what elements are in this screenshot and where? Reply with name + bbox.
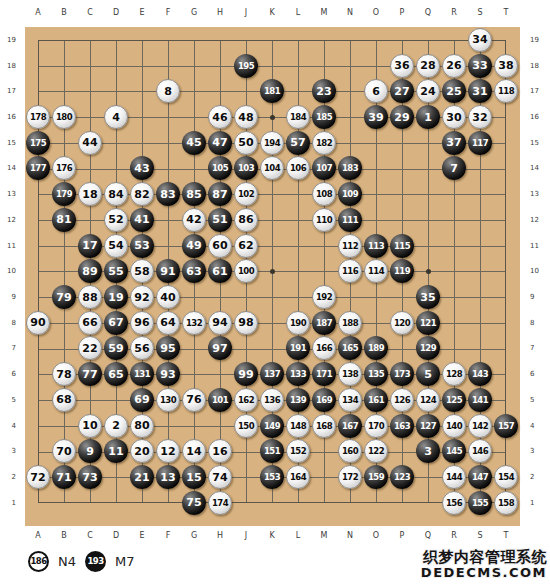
intersection-P7 [389, 336, 415, 362]
go-board: 3419536282633388181236272425311181781804… [25, 27, 520, 526]
intersection-O6: 135 [363, 361, 389, 387]
intersection-A2: 72 [25, 464, 51, 490]
intersection-T7 [493, 336, 519, 362]
intersection-N11: 112 [337, 233, 363, 259]
intersection-E5: 69 [129, 387, 155, 413]
row-label-9: 9 [524, 284, 546, 310]
black-stone-135-O6: 135 [364, 362, 388, 386]
col-label-G: G [181, 529, 207, 541]
black-stone-11-D3: 11 [104, 439, 128, 463]
intersection-L14: 106 [285, 156, 311, 182]
intersection-A14: 177 [25, 156, 51, 182]
black-stone-171-M6: 171 [312, 362, 336, 386]
col-label-Q: Q [415, 529, 441, 541]
black-stone-133-L6: 133 [286, 362, 310, 386]
black-stone-165-N7: 165 [338, 336, 362, 360]
col-label-E: E [129, 529, 155, 541]
intersection-H2: 74 [207, 464, 233, 490]
intersection-O12 [363, 207, 389, 233]
column-labels-top: ABCDEFGHJKLMNOPQRST [25, 6, 519, 18]
white-stone-96-E8: 96 [130, 311, 154, 335]
row-label-2: 2 [524, 464, 546, 490]
intersection-D14 [103, 156, 129, 182]
intersection-T4: 157 [493, 413, 519, 439]
intersection-H12: 51 [207, 207, 233, 233]
intersection-D16: 4 [103, 104, 129, 130]
black-stone-189-O7: 189 [364, 336, 388, 360]
intersection-R15: 37 [441, 130, 467, 156]
row-label-1: 1 [0, 490, 22, 516]
col-label-N: N [337, 6, 363, 18]
intersection-E6: 131 [129, 361, 155, 387]
intersection-C2: 73 [77, 464, 103, 490]
intersection-B16: 180 [51, 104, 77, 130]
row-label-13: 13 [0, 181, 22, 207]
row-label-11: 11 [524, 233, 546, 259]
intersection-G7 [181, 336, 207, 362]
black-stone-103-J14: 103 [234, 156, 258, 180]
intersection-M7: 166 [311, 336, 337, 362]
row-label-15: 15 [524, 130, 546, 156]
row-label-16: 16 [524, 104, 546, 130]
intersection-S11 [467, 233, 493, 259]
intersection-G11: 49 [181, 233, 207, 259]
caption-moves-not-shown: 186 N4 193 M7 [28, 547, 135, 575]
intersection-B9: 79 [51, 284, 77, 310]
intersection-L19 [285, 27, 311, 53]
intersection-C19 [77, 27, 103, 53]
intersection-D13: 84 [103, 181, 129, 207]
black-stone-23-M17: 23 [312, 79, 336, 103]
white-stone-174-H1: 174 [208, 491, 232, 515]
intersection-H1: 174 [207, 490, 233, 516]
intersection-E10: 58 [129, 258, 155, 284]
white-stone-164-L2: 164 [286, 465, 310, 489]
black-stone-119-P10: 119 [390, 259, 414, 283]
white-stone-108-M13: 108 [312, 182, 336, 206]
white-stone-184-L16: 184 [286, 105, 310, 129]
intersection-L6: 133 [285, 361, 311, 387]
intersection-K4: 149 [259, 413, 285, 439]
black-stone-87-H13: 87 [208, 182, 232, 206]
black-stone-47-H15: 47 [208, 131, 232, 155]
intersection-B6: 78 [51, 361, 77, 387]
black-stone-59-D7: 59 [104, 336, 128, 360]
intersection-Q4: 127 [415, 413, 441, 439]
white-stone-16-H3: 16 [208, 439, 232, 463]
intersection-F12 [155, 207, 181, 233]
black-stone-53-E11: 53 [130, 234, 154, 258]
black-stone-149-K4: 149 [260, 414, 284, 438]
intersection-T8 [493, 310, 519, 336]
white-stone-140-R4: 140 [442, 414, 466, 438]
intersection-L2: 164 [285, 464, 311, 490]
intersection-N5: 134 [337, 387, 363, 413]
black-stone-69-E5: 69 [130, 388, 154, 412]
black-stone-191-L7: 191 [286, 336, 310, 360]
row-label-5: 5 [0, 387, 22, 413]
intersection-L8: 190 [285, 310, 311, 336]
intersection-R12 [441, 207, 467, 233]
white-stone-80-E4: 80 [130, 414, 154, 438]
black-stone-29-P16: 29 [390, 105, 414, 129]
intersection-O9 [363, 284, 389, 310]
row-label-8: 8 [524, 310, 546, 336]
intersection-P11: 115 [389, 233, 415, 259]
col-label-O: O [363, 529, 389, 541]
white-stone-106-L14: 106 [286, 156, 310, 180]
black-stone-185-M16: 185 [312, 105, 336, 129]
col-label-A: A [25, 6, 51, 18]
black-stone-155-S1: 155 [468, 491, 492, 515]
white-stone-74-H2: 74 [208, 465, 232, 489]
col-label-K: K [259, 6, 285, 18]
intersection-L9 [285, 284, 311, 310]
white-stone-4-D16: 4 [104, 105, 128, 129]
intersection-B13: 179 [51, 181, 77, 207]
intersection-G12: 42 [181, 207, 207, 233]
intersection-M8: 187 [311, 310, 337, 336]
intersection-R3: 145 [441, 439, 467, 465]
intersection-K19 [259, 27, 285, 53]
intersection-A6 [25, 361, 51, 387]
col-label-C: C [77, 529, 103, 541]
intersection-N7: 165 [337, 336, 363, 362]
black-stone-27-P17: 27 [390, 79, 414, 103]
intersection-H15: 47 [207, 130, 233, 156]
intersection-T16 [493, 104, 519, 130]
black-stone-95-F7: 95 [156, 336, 180, 360]
intersection-F11 [155, 233, 181, 259]
intersection-T1: 158 [493, 490, 519, 516]
col-label-F: F [155, 6, 181, 18]
intersection-L17 [285, 78, 311, 104]
intersection-R16: 30 [441, 104, 467, 130]
intersection-H9 [207, 284, 233, 310]
row-label-15: 15 [0, 130, 22, 156]
intersection-D4: 2 [103, 413, 129, 439]
black-stone-129-Q7: 129 [416, 336, 440, 360]
intersection-J12: 86 [233, 207, 259, 233]
black-stone-45-G15: 45 [182, 131, 206, 155]
white-stone-38-T18: 38 [494, 54, 518, 78]
intersection-Q7: 129 [415, 336, 441, 362]
intersection-B14: 176 [51, 156, 77, 182]
intersection-M16: 185 [311, 104, 337, 130]
intersection-J7 [233, 336, 259, 362]
intersection-N14: 183 [337, 156, 363, 182]
white-stone-2-D4: 2 [104, 414, 128, 438]
intersection-C11: 17 [77, 233, 103, 259]
intersection-L18 [285, 53, 311, 79]
intersection-R19 [441, 27, 467, 53]
intersection-P6: 173 [389, 361, 415, 387]
white-stone-118-T17: 118 [494, 79, 518, 103]
intersection-K2: 153 [259, 464, 285, 490]
intersection-D3: 11 [103, 439, 129, 465]
col-label-P: P [389, 6, 415, 18]
intersection-R17: 25 [441, 78, 467, 104]
intersection-N12: 111 [337, 207, 363, 233]
intersection-D8: 67 [103, 310, 129, 336]
intersection-C6: 77 [77, 361, 103, 387]
white-stone-136-K5: 136 [260, 388, 284, 412]
intersection-N10: 116 [337, 258, 363, 284]
intersection-T18: 38 [493, 53, 519, 79]
intersection-C16 [77, 104, 103, 130]
intersection-K12 [259, 207, 285, 233]
intersection-G14 [181, 156, 207, 182]
intersection-B7 [51, 336, 77, 362]
intersection-A4 [25, 413, 51, 439]
intersection-R4: 140 [441, 413, 467, 439]
col-label-E: E [129, 6, 155, 18]
white-stone-100-J10: 100 [234, 259, 258, 283]
black-stone-109-N13: 109 [338, 182, 362, 206]
intersection-E19 [129, 27, 155, 53]
black-stone-61-H10: 61 [208, 259, 232, 283]
intersection-E13: 82 [129, 181, 155, 207]
black-stone-91-F10: 91 [156, 259, 180, 283]
intersection-B4 [51, 413, 77, 439]
intersection-P8: 120 [389, 310, 415, 336]
intersection-A15: 175 [25, 130, 51, 156]
col-label-C: C [77, 6, 103, 18]
black-stone-31-S17: 31 [468, 79, 492, 103]
intersection-J13: 102 [233, 181, 259, 207]
white-stone-64-F8: 64 [156, 311, 180, 335]
black-stone-35-Q9: 35 [416, 285, 440, 309]
col-label-A: A [25, 529, 51, 541]
intersection-P14 [389, 156, 415, 182]
intersection-Q15 [415, 130, 441, 156]
intersection-K5: 136 [259, 387, 285, 413]
white-stone-180-B16: 180 [52, 105, 76, 129]
white-stone-22-C7: 22 [78, 336, 102, 360]
intersection-T12 [493, 207, 519, 233]
intersection-S10 [467, 258, 493, 284]
intersection-K1 [259, 490, 285, 516]
white-stone-138-N6: 138 [338, 362, 362, 386]
black-stone-79-B9: 79 [52, 285, 76, 309]
black-stone-141-S5: 141 [468, 388, 492, 412]
white-stone-78-B6: 78 [52, 362, 76, 386]
col-label-T: T [493, 529, 519, 541]
intersection-S5: 141 [467, 387, 493, 413]
intersection-H4 [207, 413, 233, 439]
white-stone-144-R2: 144 [442, 465, 466, 489]
white-stone-44-C15: 44 [78, 131, 102, 155]
black-stone-123-P2: 123 [390, 465, 414, 489]
intersection-E1 [129, 490, 155, 516]
intersection-L11 [285, 233, 311, 259]
intersection-D12: 52 [103, 207, 129, 233]
intersection-F14 [155, 156, 181, 182]
intersection-J9 [233, 284, 259, 310]
intersection-G13: 85 [181, 181, 207, 207]
row-label-10: 10 [524, 258, 546, 284]
black-stone-65-D6: 65 [104, 362, 128, 386]
intersection-N9 [337, 284, 363, 310]
white-stone-46-H16: 46 [208, 105, 232, 129]
black-stone-175-A15: 175 [26, 131, 50, 155]
intersection-K6: 137 [259, 361, 285, 387]
white-stone-152-L3: 152 [286, 439, 310, 463]
intersection-Q18: 28 [415, 53, 441, 79]
intersection-N13: 109 [337, 181, 363, 207]
intersection-L15: 57 [285, 130, 311, 156]
row-label-18: 18 [0, 53, 22, 79]
intersection-F6: 93 [155, 361, 181, 387]
intersection-M10 [311, 258, 337, 284]
white-stone-124-Q5: 124 [416, 388, 440, 412]
intersection-T3 [493, 439, 519, 465]
intersection-M5: 169 [311, 387, 337, 413]
black-stone-163-P4: 163 [390, 414, 414, 438]
row-label-19: 19 [524, 27, 546, 53]
black-stone-117-S15: 117 [468, 131, 492, 155]
intersection-Q1 [415, 490, 441, 516]
white-stone-6-O17: 6 [364, 79, 388, 103]
row-label-8: 8 [0, 310, 22, 336]
intersection-D18 [103, 53, 129, 79]
col-label-F: F [155, 529, 181, 541]
row-label-3: 3 [0, 439, 22, 465]
intersection-A18 [25, 53, 51, 79]
intersection-H18 [207, 53, 233, 79]
intersection-R8 [441, 310, 467, 336]
white-stone-130-F5: 130 [156, 388, 180, 412]
star-point-K10 [270, 269, 275, 274]
intersection-N3: 160 [337, 439, 363, 465]
white-stone-30-R16: 30 [442, 105, 466, 129]
intersection-G4 [181, 413, 207, 439]
intersection-L4: 148 [285, 413, 311, 439]
intersection-O15 [363, 130, 389, 156]
intersection-J16: 48 [233, 104, 259, 130]
row-label-12: 12 [524, 207, 546, 233]
intersection-J2 [233, 464, 259, 490]
intersection-M13: 108 [311, 181, 337, 207]
intersection-G1: 75 [181, 490, 207, 516]
intersection-F1 [155, 490, 181, 516]
intersection-S16: 32 [467, 104, 493, 130]
intersection-S6: 143 [467, 361, 493, 387]
intersection-K8 [259, 310, 285, 336]
intersection-P13 [389, 181, 415, 207]
black-stone-115-P11: 115 [390, 234, 414, 258]
black-stone-147-S2: 147 [468, 465, 492, 489]
white-stone-90-A8: 90 [26, 311, 50, 335]
intersection-T6 [493, 361, 519, 387]
intersection-C4: 10 [77, 413, 103, 439]
intersection-N15 [337, 130, 363, 156]
white-stone-158-T1: 158 [494, 491, 518, 515]
intersection-Q13 [415, 181, 441, 207]
intersection-M14: 107 [311, 156, 337, 182]
black-stone-99-J6: 99 [234, 362, 258, 386]
black-stone-73-C2: 73 [78, 465, 102, 489]
row-label-12: 12 [0, 207, 22, 233]
white-stone-110-M12: 110 [312, 208, 336, 232]
intersection-G3: 14 [181, 439, 207, 465]
intersection-N17 [337, 78, 363, 104]
row-labels-left: 19181716151413121110987654321 [0, 27, 22, 516]
white-stone-86-J12: 86 [234, 208, 258, 232]
intersection-J15: 50 [233, 130, 259, 156]
black-stone-89-C10: 89 [78, 259, 102, 283]
intersection-E9: 92 [129, 284, 155, 310]
black-stone-51-H12: 51 [208, 208, 232, 232]
black-stone-179-B13: 179 [52, 182, 76, 206]
intersection-C12 [77, 207, 103, 233]
intersection-T10 [493, 258, 519, 284]
black-stone-93-F6: 93 [156, 362, 180, 386]
intersection-F17: 8 [155, 78, 181, 104]
white-stone-70-B3: 70 [52, 439, 76, 463]
white-stone-120-P8: 120 [390, 311, 414, 335]
intersection-M4: 168 [311, 413, 337, 439]
black-stone-195-J18: 195 [234, 54, 258, 78]
white-stone-132-G8: 132 [182, 311, 206, 335]
black-stone-5-Q6: 5 [416, 362, 440, 386]
col-label-B: B [51, 6, 77, 18]
intersection-A11 [25, 233, 51, 259]
intersection-P17: 27 [389, 78, 415, 104]
col-label-S: S [467, 529, 493, 541]
intersection-R1: 156 [441, 490, 467, 516]
black-stone-71-B2: 71 [52, 465, 76, 489]
col-label-R: R [441, 529, 467, 541]
intersection-B11 [51, 233, 77, 259]
white-stone-76-G5: 76 [182, 388, 206, 412]
intersection-B18 [51, 53, 77, 79]
intersection-J10: 100 [233, 258, 259, 284]
intersection-F18 [155, 53, 181, 79]
white-stone-48-J16: 48 [234, 105, 258, 129]
intersection-T9 [493, 284, 519, 310]
intersection-O5: 161 [363, 387, 389, 413]
row-label-5: 5 [524, 387, 546, 413]
intersection-A8: 90 [25, 310, 51, 336]
white-stone-126-P5: 126 [390, 388, 414, 412]
intersection-T19 [493, 27, 519, 53]
intersection-B2: 71 [51, 464, 77, 490]
black-stone-75-G1: 75 [182, 491, 206, 515]
intersection-M17: 23 [311, 78, 337, 104]
intersection-M15: 182 [311, 130, 337, 156]
intersection-A1 [25, 490, 51, 516]
intersection-J18: 195 [233, 53, 259, 79]
intersection-Q9: 35 [415, 284, 441, 310]
intersection-D7: 59 [103, 336, 129, 362]
white-stone-92-E9: 92 [130, 285, 154, 309]
intersection-H8: 94 [207, 310, 233, 336]
intersection-T11 [493, 233, 519, 259]
intersection-S12 [467, 207, 493, 233]
intersection-R6: 128 [441, 361, 467, 387]
white-stone-icon: 186 [28, 551, 49, 572]
intersection-J4: 150 [233, 413, 259, 439]
intersection-P3 [389, 439, 415, 465]
white-stone-122-O3: 122 [364, 439, 388, 463]
intersection-F13: 83 [155, 181, 181, 207]
intersection-Q3: 3 [415, 439, 441, 465]
intersection-E14: 43 [129, 156, 155, 182]
intersection-O4: 170 [363, 413, 389, 439]
row-label-14: 14 [0, 156, 22, 182]
white-stone-128-R6: 128 [442, 362, 466, 386]
